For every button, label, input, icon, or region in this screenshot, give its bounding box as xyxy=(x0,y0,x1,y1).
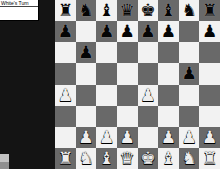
white-pawn-icon: ♟ xyxy=(55,85,76,106)
square-c2[interactable]: ♟ xyxy=(96,127,117,148)
square-f6[interactable] xyxy=(158,42,179,63)
square-b2[interactable]: ♟ xyxy=(76,127,97,148)
black-pawn-icon: ♟ xyxy=(55,21,76,42)
square-b6[interactable]: ♟ xyxy=(76,42,97,63)
square-b4[interactable] xyxy=(76,85,97,106)
square-e4[interactable]: ♟ xyxy=(138,85,159,106)
black-knight-icon: ♞ xyxy=(179,0,200,21)
square-g6[interactable] xyxy=(179,42,200,63)
white-knight-icon: ♞ xyxy=(76,148,97,169)
square-d3[interactable] xyxy=(117,106,138,127)
square-b7[interactable] xyxy=(76,21,97,42)
square-d1[interactable]: ♛ xyxy=(117,148,138,169)
black-knight-icon: ♞ xyxy=(76,0,97,21)
bottom-left-panel xyxy=(0,154,9,169)
square-h8[interactable]: ♜ xyxy=(199,0,220,21)
white-king-icon: ♚ xyxy=(138,148,159,169)
turn-indicator-panel: White's Turn xyxy=(0,0,39,21)
square-f2[interactable]: ♟ xyxy=(158,127,179,148)
square-d5[interactable] xyxy=(117,63,138,84)
square-g5[interactable]: ♟ xyxy=(179,63,200,84)
white-pawn-icon: ♟ xyxy=(76,127,97,148)
square-g3[interactable] xyxy=(179,106,200,127)
square-h5[interactable] xyxy=(199,63,220,84)
square-e5[interactable] xyxy=(138,63,159,84)
square-c3[interactable] xyxy=(96,106,117,127)
white-knight-icon: ♞ xyxy=(179,148,200,169)
black-pawn-icon: ♟ xyxy=(117,21,138,42)
black-pawn-icon: ♟ xyxy=(76,42,97,63)
white-rook-icon: ♜ xyxy=(199,148,220,169)
bottom-left-panel-bottom xyxy=(0,162,9,169)
square-d7[interactable]: ♟ xyxy=(117,21,138,42)
white-rook-icon: ♜ xyxy=(55,148,76,169)
square-a8[interactable]: ♜ xyxy=(55,0,76,21)
square-e1[interactable]: ♚ xyxy=(138,148,159,169)
square-e8[interactable]: ♚ xyxy=(138,0,159,21)
square-a6[interactable] xyxy=(55,42,76,63)
square-d6[interactable] xyxy=(117,42,138,63)
square-g4[interactable] xyxy=(179,85,200,106)
square-b8[interactable]: ♞ xyxy=(76,0,97,21)
square-g8[interactable]: ♞ xyxy=(179,0,200,21)
black-pawn-icon: ♟ xyxy=(179,63,200,84)
square-f7[interactable]: ♟ xyxy=(158,21,179,42)
bottom-left-panel-top xyxy=(0,154,9,162)
black-bishop-icon: ♝ xyxy=(158,0,179,21)
white-bishop-icon: ♝ xyxy=(96,148,117,169)
black-queen-icon: ♛ xyxy=(117,0,138,21)
white-pawn-icon: ♟ xyxy=(117,127,138,148)
square-c7[interactable]: ♟ xyxy=(96,21,117,42)
square-f4[interactable] xyxy=(158,85,179,106)
square-a7[interactable]: ♟ xyxy=(55,21,76,42)
square-h2[interactable]: ♟ xyxy=(199,127,220,148)
black-rook-icon: ♜ xyxy=(55,0,76,21)
square-e3[interactable] xyxy=(138,106,159,127)
square-f3[interactable] xyxy=(158,106,179,127)
square-b5[interactable] xyxy=(76,63,97,84)
white-pawn-icon: ♟ xyxy=(158,127,179,148)
square-c8[interactable]: ♝ xyxy=(96,0,117,21)
square-a3[interactable] xyxy=(55,106,76,127)
square-h7[interactable]: ♟ xyxy=(199,21,220,42)
square-b1[interactable]: ♞ xyxy=(76,148,97,169)
white-queen-icon: ♛ xyxy=(117,148,138,169)
square-a4[interactable]: ♟ xyxy=(55,85,76,106)
black-king-icon: ♚ xyxy=(138,0,159,21)
white-pawn-icon: ♟ xyxy=(199,127,220,148)
square-d8[interactable]: ♛ xyxy=(117,0,138,21)
square-f8[interactable]: ♝ xyxy=(158,0,179,21)
black-pawn-icon: ♟ xyxy=(158,21,179,42)
white-pawn-icon: ♟ xyxy=(138,85,159,106)
square-f1[interactable]: ♝ xyxy=(158,148,179,169)
white-pawn-icon: ♟ xyxy=(96,127,117,148)
square-d2[interactable]: ♟ xyxy=(117,127,138,148)
turn-label: White's Turn xyxy=(0,0,38,7)
square-e2[interactable] xyxy=(138,127,159,148)
chess-board: ♜♞♝♛♚♝♞♜♟♟♟♟♟♟♟♟♟♟♟♟♟♟♟♟♜♞♝♛♚♝♞♜ xyxy=(55,0,220,169)
square-c5[interactable] xyxy=(96,63,117,84)
square-e6[interactable] xyxy=(138,42,159,63)
black-bishop-icon: ♝ xyxy=(96,0,117,21)
square-a2[interactable] xyxy=(55,127,76,148)
square-g2[interactable]: ♟ xyxy=(179,127,200,148)
square-c4[interactable] xyxy=(96,85,117,106)
black-pawn-icon: ♟ xyxy=(96,21,117,42)
white-pawn-icon: ♟ xyxy=(179,127,200,148)
square-h6[interactable] xyxy=(199,42,220,63)
square-h4[interactable] xyxy=(199,85,220,106)
square-f5[interactable] xyxy=(158,63,179,84)
square-a1[interactable]: ♜ xyxy=(55,148,76,169)
square-h1[interactable]: ♜ xyxy=(199,148,220,169)
square-c6[interactable] xyxy=(96,42,117,63)
square-d4[interactable] xyxy=(117,85,138,106)
square-g1[interactable]: ♞ xyxy=(179,148,200,169)
square-h3[interactable] xyxy=(199,106,220,127)
square-b3[interactable] xyxy=(76,106,97,127)
square-c1[interactable]: ♝ xyxy=(96,148,117,169)
black-pawn-icon: ♟ xyxy=(199,21,220,42)
black-pawn-icon: ♟ xyxy=(138,21,159,42)
square-e7[interactable]: ♟ xyxy=(138,21,159,42)
black-rook-icon: ♜ xyxy=(199,0,220,21)
white-bishop-icon: ♝ xyxy=(158,148,179,169)
square-a5[interactable] xyxy=(55,63,76,84)
square-g7[interactable] xyxy=(179,21,200,42)
